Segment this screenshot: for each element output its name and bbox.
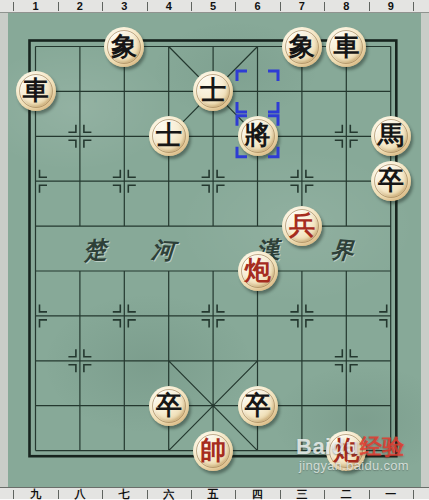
file-label-bottom: 六 — [157, 488, 181, 500]
piece-character: 兵 — [289, 206, 315, 246]
piece-character: 士 — [200, 71, 226, 111]
ruler-tick — [191, 490, 192, 499]
file-label-bottom: 四 — [246, 488, 270, 500]
ruler-tick — [413, 490, 414, 499]
ruler-tick — [280, 2, 281, 11]
ruler-tick — [58, 490, 59, 499]
piece-black-elephant[interactable]: 象 — [282, 27, 322, 67]
file-label-top: 9 — [379, 0, 403, 12]
piece-black-advisor[interactable]: 士 — [149, 116, 189, 156]
piece-black-rook[interactable]: 車 — [16, 71, 56, 111]
file-label-bottom: 九 — [24, 488, 48, 500]
piece-character: 帥 — [200, 431, 226, 471]
file-label-top: 1 — [24, 0, 48, 12]
piece-character: 卒 — [245, 386, 271, 426]
ruler-tick — [13, 490, 14, 499]
file-label-top: 6 — [246, 0, 270, 12]
xiangqi-app: 123456789 楚 河 漢 界 象象車車士士將馬卒兵炮卒卒帥炮 九八七六五四… — [0, 0, 429, 500]
ruler-tick — [147, 2, 148, 11]
piece-character: 卒 — [378, 161, 404, 201]
piece-black-elephant[interactable]: 象 — [104, 27, 144, 67]
piece-character: 卒 — [156, 386, 182, 426]
file-label-bottom: 七 — [112, 488, 136, 500]
file-ruler-top: 123456789 — [0, 0, 429, 13]
ruler-tick — [413, 2, 414, 11]
piece-red-cannon[interactable]: 炮 — [326, 431, 366, 471]
piece-black-soldier[interactable]: 卒 — [371, 161, 411, 201]
ruler-tick — [191, 2, 192, 11]
file-ruler-bottom: 九八七六五四三二一 — [0, 487, 429, 500]
file-label-top: 7 — [290, 0, 314, 12]
ruler-tick — [13, 2, 14, 11]
piece-black-horse[interactable]: 馬 — [371, 116, 411, 156]
piece-character: 馬 — [378, 116, 404, 156]
file-label-top: 4 — [157, 0, 181, 12]
xiangqi-board[interactable]: 楚 河 漢 界 象象車車士士將馬卒兵炮卒卒帥炮 — [8, 13, 421, 487]
piece-character: 車 — [23, 71, 49, 111]
ruler-tick — [369, 2, 370, 11]
ruler-tick — [235, 490, 236, 499]
piece-black-rook[interactable]: 車 — [326, 27, 366, 67]
file-label-top: 5 — [201, 0, 225, 12]
ruler-tick — [58, 2, 59, 11]
piece-character: 炮 — [333, 431, 359, 471]
file-label-bottom: 二 — [334, 488, 358, 500]
file-label-bottom: 八 — [68, 488, 92, 500]
piece-black-advisor[interactable]: 士 — [193, 71, 233, 111]
piece-black-soldier[interactable]: 卒 — [149, 386, 189, 426]
piece-red-general[interactable]: 帥 — [193, 431, 233, 471]
ruler-tick — [235, 2, 236, 11]
pieces-layer: 象象車車士士將馬卒兵炮卒卒帥炮 — [8, 13, 421, 487]
piece-character: 車 — [333, 27, 359, 67]
piece-character: 將 — [245, 116, 271, 156]
file-label-top: 3 — [112, 0, 136, 12]
piece-black-general[interactable]: 將 — [238, 116, 278, 156]
file-label-top: 8 — [334, 0, 358, 12]
file-label-bottom: 一 — [379, 488, 403, 500]
piece-character: 象 — [289, 27, 315, 67]
piece-character: 炮 — [245, 251, 271, 291]
piece-character: 士 — [156, 116, 182, 156]
file-label-bottom: 五 — [201, 488, 225, 500]
file-label-top: 2 — [68, 0, 92, 12]
ruler-tick — [102, 490, 103, 499]
ruler-tick — [280, 490, 281, 499]
ruler-tick — [324, 2, 325, 11]
ruler-tick — [324, 490, 325, 499]
ruler-tick — [102, 2, 103, 11]
piece-black-soldier[interactable]: 卒 — [238, 386, 278, 426]
piece-red-cannon[interactable]: 炮 — [238, 251, 278, 291]
ruler-tick — [369, 490, 370, 499]
file-label-bottom: 三 — [290, 488, 314, 500]
piece-red-soldier[interactable]: 兵 — [282, 206, 322, 246]
ruler-tick — [147, 490, 148, 499]
piece-character: 象 — [111, 27, 137, 67]
